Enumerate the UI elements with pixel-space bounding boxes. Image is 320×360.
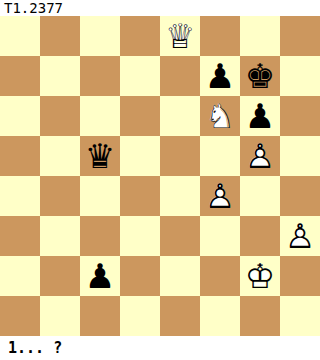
square-c4[interactable] — [80, 176, 120, 216]
square-b2[interactable] — [40, 256, 80, 296]
square-f7[interactable]: ♟ — [200, 56, 240, 96]
white-queen-icon: ♛♕ — [160, 16, 200, 56]
square-d4[interactable] — [120, 176, 160, 216]
puzzle-id-title: T1.2377 — [0, 0, 320, 16]
square-e6[interactable] — [160, 96, 200, 136]
square-d1[interactable] — [120, 296, 160, 336]
square-e8[interactable]: ♛♕ — [160, 16, 200, 56]
white-pawn-icon: ♟♙ — [240, 136, 280, 176]
black-queen-glyph: ♛ — [80, 136, 120, 176]
square-d6[interactable] — [120, 96, 160, 136]
square-a4[interactable] — [0, 176, 40, 216]
square-h5[interactable] — [280, 136, 320, 176]
square-d2[interactable] — [120, 256, 160, 296]
square-a7[interactable] — [0, 56, 40, 96]
square-h8[interactable] — [280, 16, 320, 56]
square-d8[interactable] — [120, 16, 160, 56]
square-b5[interactable] — [40, 136, 80, 176]
square-f5[interactable] — [200, 136, 240, 176]
move-prompt: 1... ? — [0, 336, 320, 360]
square-h7[interactable] — [280, 56, 320, 96]
square-c3[interactable] — [80, 216, 120, 256]
white-king-icon: ♚♔ — [240, 256, 280, 296]
square-f3[interactable] — [200, 216, 240, 256]
black-queen-icon: ♛ — [80, 136, 120, 176]
square-b4[interactable] — [40, 176, 80, 216]
square-e4[interactable] — [160, 176, 200, 216]
square-b8[interactable] — [40, 16, 80, 56]
square-g6[interactable]: ♟ — [240, 96, 280, 136]
white-knight-glyph: ♘ — [200, 96, 240, 136]
square-h1[interactable] — [280, 296, 320, 336]
square-g2[interactable]: ♚♔ — [240, 256, 280, 296]
square-d3[interactable] — [120, 216, 160, 256]
white-pawn-glyph: ♙ — [240, 136, 280, 176]
black-pawn-glyph: ♟ — [200, 56, 240, 96]
square-c7[interactable] — [80, 56, 120, 96]
square-d5[interactable] — [120, 136, 160, 176]
square-a5[interactable] — [0, 136, 40, 176]
square-g4[interactable] — [240, 176, 280, 216]
square-g8[interactable] — [240, 16, 280, 56]
chess-puzzle-window: T1.2377 ♛♕♟♚♞♘♟♛♟♙♟♙♟♙♟♚♔ 1... ? — [0, 0, 320, 360]
white-pawn-icon: ♟♙ — [280, 216, 320, 256]
square-h2[interactable] — [280, 256, 320, 296]
square-h6[interactable] — [280, 96, 320, 136]
square-c8[interactable] — [80, 16, 120, 56]
white-pawn-glyph: ♙ — [200, 176, 240, 216]
square-d7[interactable] — [120, 56, 160, 96]
square-h4[interactable] — [280, 176, 320, 216]
white-queen-glyph: ♕ — [160, 16, 200, 56]
chess-board: ♛♕♟♚♞♘♟♛♟♙♟♙♟♙♟♚♔ — [0, 16, 320, 336]
square-a6[interactable] — [0, 96, 40, 136]
square-e2[interactable] — [160, 256, 200, 296]
square-e5[interactable] — [160, 136, 200, 176]
square-c6[interactable] — [80, 96, 120, 136]
square-f6[interactable]: ♞♘ — [200, 96, 240, 136]
square-e3[interactable] — [160, 216, 200, 256]
square-f2[interactable] — [200, 256, 240, 296]
square-f1[interactable] — [200, 296, 240, 336]
white-king-glyph: ♔ — [240, 256, 280, 296]
white-pawn-glyph: ♙ — [280, 216, 320, 256]
black-pawn-icon: ♟ — [240, 96, 280, 136]
square-c5[interactable]: ♛ — [80, 136, 120, 176]
square-f4[interactable]: ♟♙ — [200, 176, 240, 216]
square-b6[interactable] — [40, 96, 80, 136]
square-g3[interactable] — [240, 216, 280, 256]
square-g7[interactable]: ♚ — [240, 56, 280, 96]
square-e1[interactable] — [160, 296, 200, 336]
square-a8[interactable] — [0, 16, 40, 56]
black-king-icon: ♚ — [240, 56, 280, 96]
square-g5[interactable]: ♟♙ — [240, 136, 280, 176]
black-pawn-icon: ♟ — [200, 56, 240, 96]
square-e7[interactable] — [160, 56, 200, 96]
black-king-glyph: ♚ — [240, 56, 280, 96]
black-pawn-icon: ♟ — [80, 256, 120, 296]
black-pawn-glyph: ♟ — [80, 256, 120, 296]
square-f8[interactable] — [200, 16, 240, 56]
square-a3[interactable] — [0, 216, 40, 256]
white-knight-icon: ♞♘ — [200, 96, 240, 136]
square-g1[interactable] — [240, 296, 280, 336]
square-a1[interactable] — [0, 296, 40, 336]
square-c2[interactable]: ♟ — [80, 256, 120, 296]
square-b3[interactable] — [40, 216, 80, 256]
white-pawn-icon: ♟♙ — [200, 176, 240, 216]
square-b1[interactable] — [40, 296, 80, 336]
square-a2[interactable] — [0, 256, 40, 296]
black-pawn-glyph: ♟ — [240, 96, 280, 136]
square-b7[interactable] — [40, 56, 80, 96]
square-c1[interactable] — [80, 296, 120, 336]
square-h3[interactable]: ♟♙ — [280, 216, 320, 256]
